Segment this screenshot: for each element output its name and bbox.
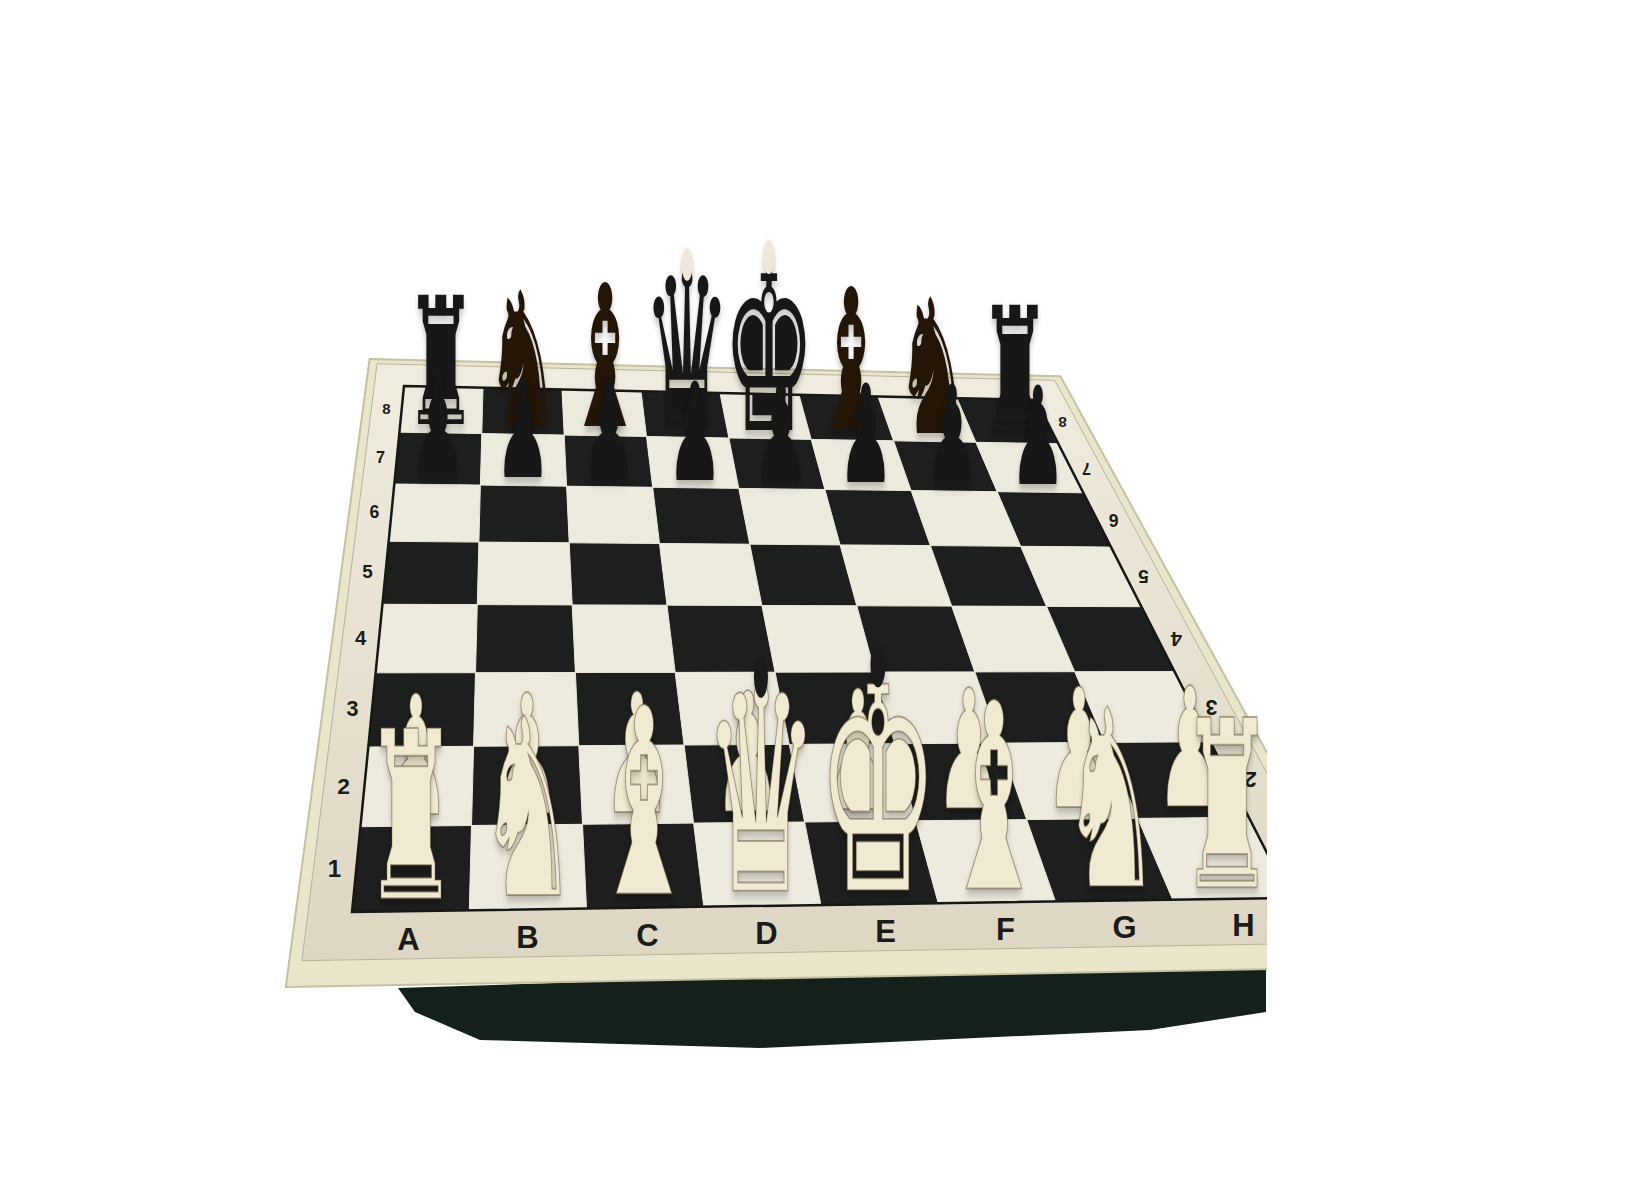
photo-crop-white-area [1267,0,1628,1200]
chess-set-product-photo: 8877665544332211ABCDEFGH ♜♞♝♛♚♝♞♜♟♟♟♟♟♟♟… [0,0,1628,1200]
